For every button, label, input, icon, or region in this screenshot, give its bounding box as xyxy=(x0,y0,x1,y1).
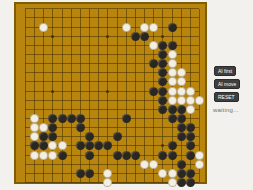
black-stone xyxy=(168,41,177,50)
white-stone xyxy=(39,23,48,32)
white-stone xyxy=(186,96,195,105)
white-stone xyxy=(186,105,195,114)
star-point xyxy=(161,35,164,38)
white-stone xyxy=(48,151,57,160)
grid-line xyxy=(80,9,81,183)
white-stone xyxy=(168,50,177,59)
black-stone xyxy=(186,123,195,132)
black-stone xyxy=(168,141,177,150)
black-stone xyxy=(113,151,122,160)
black-stone xyxy=(158,59,167,68)
black-stone xyxy=(168,151,177,160)
status-text: waiting... xyxy=(213,107,239,113)
white-stone xyxy=(140,23,149,32)
white-stone xyxy=(168,59,177,68)
white-stone xyxy=(48,141,57,150)
white-stone xyxy=(140,160,149,169)
star-point xyxy=(106,90,109,93)
black-stone xyxy=(103,141,112,150)
black-stone xyxy=(158,77,167,86)
black-stone xyxy=(177,114,186,123)
go-app-page: { "game": "go", "board": { "size": 20, "… xyxy=(0,0,253,190)
black-stone xyxy=(67,114,76,123)
white-stone xyxy=(30,132,39,141)
white-stone xyxy=(30,151,39,160)
black-stone xyxy=(186,141,195,150)
black-stone xyxy=(39,141,48,150)
black-stone xyxy=(158,41,167,50)
black-stone xyxy=(158,105,167,114)
black-stone xyxy=(168,105,177,114)
black-stone xyxy=(168,23,177,32)
star-point xyxy=(106,35,109,38)
black-stone xyxy=(186,132,195,141)
white-stone xyxy=(149,160,158,169)
black-stone xyxy=(94,141,103,150)
white-stone xyxy=(177,68,186,77)
white-stone xyxy=(168,68,177,77)
black-stone xyxy=(140,32,149,41)
black-stone xyxy=(30,141,39,150)
white-stone xyxy=(177,96,186,105)
white-stone xyxy=(58,141,67,150)
white-stone xyxy=(195,96,204,105)
black-stone xyxy=(58,151,67,160)
go-board[interactable] xyxy=(14,2,207,184)
black-stone xyxy=(76,141,85,150)
black-stone xyxy=(85,169,94,178)
white-stone xyxy=(149,41,158,50)
black-stone xyxy=(131,32,140,41)
white-stone xyxy=(195,160,204,169)
black-stone xyxy=(131,151,140,160)
black-stone xyxy=(158,68,167,77)
black-stone xyxy=(177,169,186,178)
black-stone xyxy=(48,123,57,132)
black-stone xyxy=(149,87,158,96)
black-stone xyxy=(48,132,57,141)
black-stone xyxy=(158,87,167,96)
white-stone xyxy=(39,123,48,132)
white-stone xyxy=(39,151,48,160)
ai-first-button[interactable]: AI first xyxy=(214,66,236,76)
star-point xyxy=(51,90,54,93)
grid-line xyxy=(98,9,99,183)
black-stone xyxy=(186,169,195,178)
black-stone xyxy=(113,132,122,141)
black-stone xyxy=(58,114,67,123)
black-stone xyxy=(186,178,195,187)
white-stone xyxy=(168,77,177,86)
star-point xyxy=(51,35,54,38)
white-stone xyxy=(30,123,39,132)
white-stone xyxy=(177,77,186,86)
white-stone xyxy=(103,178,112,187)
white-stone xyxy=(149,23,158,32)
white-stone xyxy=(158,169,167,178)
white-stone xyxy=(122,23,131,32)
black-stone xyxy=(85,141,94,150)
grid-line xyxy=(25,164,199,165)
white-stone xyxy=(168,178,177,187)
white-stone xyxy=(30,114,39,123)
black-stone xyxy=(149,59,158,68)
black-stone xyxy=(177,132,186,141)
reset-button[interactable]: RESET xyxy=(214,92,239,102)
black-stone xyxy=(186,151,195,160)
black-stone xyxy=(76,169,85,178)
black-stone xyxy=(85,151,94,160)
white-stone xyxy=(195,151,204,160)
black-stone xyxy=(85,132,94,141)
ai-move-button[interactable]: AI move xyxy=(214,79,240,89)
black-stone xyxy=(177,105,186,114)
white-stone xyxy=(186,87,195,96)
black-stone xyxy=(122,114,131,123)
black-stone xyxy=(76,114,85,123)
white-stone xyxy=(168,96,177,105)
black-stone xyxy=(76,123,85,132)
grid-line xyxy=(71,9,72,183)
white-stone xyxy=(168,169,177,178)
black-stone xyxy=(177,178,186,187)
black-stone xyxy=(122,151,131,160)
white-stone xyxy=(168,87,177,96)
side-panel: AI first AI move RESET waiting... xyxy=(212,66,252,113)
black-stone xyxy=(158,96,167,105)
black-stone xyxy=(158,50,167,59)
star-point xyxy=(161,144,164,147)
white-stone xyxy=(103,169,112,178)
black-stone xyxy=(168,114,177,123)
white-stone xyxy=(177,87,186,96)
black-stone xyxy=(39,132,48,141)
black-stone xyxy=(177,160,186,169)
black-stone xyxy=(158,151,167,160)
black-stone xyxy=(177,123,186,132)
black-stone xyxy=(48,114,57,123)
